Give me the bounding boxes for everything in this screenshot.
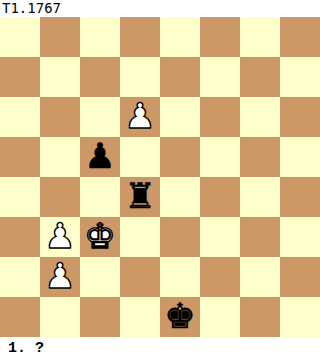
square-b7[interactable] xyxy=(40,57,80,97)
white-pawn[interactable]: ♟ xyxy=(44,256,75,296)
move-prompt: 1. ? xyxy=(0,337,320,360)
square-f4[interactable] xyxy=(200,177,240,217)
square-c4[interactable] xyxy=(80,177,120,217)
square-d8[interactable] xyxy=(120,17,160,57)
square-h6[interactable] xyxy=(280,97,320,137)
square-h5[interactable] xyxy=(280,137,320,177)
square-h7[interactable] xyxy=(280,57,320,97)
square-b3[interactable]: ♟ xyxy=(40,217,80,257)
square-g3[interactable] xyxy=(240,217,280,257)
square-b6[interactable] xyxy=(40,97,80,137)
square-f1[interactable] xyxy=(200,297,240,337)
square-b5[interactable] xyxy=(40,137,80,177)
square-d1[interactable] xyxy=(120,297,160,337)
square-c1[interactable] xyxy=(80,297,120,337)
white-pawn[interactable]: ♟ xyxy=(44,216,75,256)
square-h1[interactable] xyxy=(280,297,320,337)
square-f8[interactable] xyxy=(200,17,240,57)
black-rook[interactable]: ♜ xyxy=(124,176,155,216)
square-d4[interactable]: ♜ xyxy=(120,177,160,217)
square-b2[interactable]: ♟ xyxy=(40,257,80,297)
square-a1[interactable] xyxy=(0,297,40,337)
square-a6[interactable] xyxy=(0,97,40,137)
square-b4[interactable] xyxy=(40,177,80,217)
square-d6[interactable]: ♟ xyxy=(120,97,160,137)
square-g1[interactable] xyxy=(240,297,280,337)
square-c8[interactable] xyxy=(80,17,120,57)
square-a4[interactable] xyxy=(0,177,40,217)
square-g4[interactable] xyxy=(240,177,280,217)
square-f7[interactable] xyxy=(200,57,240,97)
square-g6[interactable] xyxy=(240,97,280,137)
square-d3[interactable] xyxy=(120,217,160,257)
chess-board: ♟♟♜♟♚♟♚ xyxy=(0,17,320,337)
black-king[interactable]: ♚ xyxy=(164,296,195,336)
puzzle-title: T1.1767 xyxy=(0,0,320,17)
square-d2[interactable] xyxy=(120,257,160,297)
square-d5[interactable] xyxy=(120,137,160,177)
square-b8[interactable] xyxy=(40,17,80,57)
square-e7[interactable] xyxy=(160,57,200,97)
square-e6[interactable] xyxy=(160,97,200,137)
square-e2[interactable] xyxy=(160,257,200,297)
white-pawn[interactable]: ♟ xyxy=(124,96,155,136)
square-h4[interactable] xyxy=(280,177,320,217)
black-pawn[interactable]: ♟ xyxy=(84,136,115,176)
square-e8[interactable] xyxy=(160,17,200,57)
square-a5[interactable] xyxy=(0,137,40,177)
square-e1[interactable]: ♚ xyxy=(160,297,200,337)
square-c2[interactable] xyxy=(80,257,120,297)
square-c6[interactable] xyxy=(80,97,120,137)
square-h8[interactable] xyxy=(280,17,320,57)
square-g2[interactable] xyxy=(240,257,280,297)
square-f5[interactable] xyxy=(200,137,240,177)
square-h2[interactable] xyxy=(280,257,320,297)
square-g7[interactable] xyxy=(240,57,280,97)
square-c3[interactable]: ♚ xyxy=(80,217,120,257)
square-c7[interactable] xyxy=(80,57,120,97)
square-a8[interactable] xyxy=(0,17,40,57)
square-e5[interactable] xyxy=(160,137,200,177)
square-d7[interactable] xyxy=(120,57,160,97)
square-a3[interactable] xyxy=(0,217,40,257)
chess-puzzle-app: T1.1767 ♟♟♜♟♚♟♚ 1. ? xyxy=(0,0,320,360)
square-g5[interactable] xyxy=(240,137,280,177)
square-f6[interactable] xyxy=(200,97,240,137)
square-c5[interactable]: ♟ xyxy=(80,137,120,177)
square-a2[interactable] xyxy=(0,257,40,297)
square-a7[interactable] xyxy=(0,57,40,97)
square-e4[interactable] xyxy=(160,177,200,217)
square-h3[interactable] xyxy=(280,217,320,257)
white-king[interactable]: ♚ xyxy=(84,216,115,256)
square-b1[interactable] xyxy=(40,297,80,337)
square-f3[interactable] xyxy=(200,217,240,257)
square-g8[interactable] xyxy=(240,17,280,57)
square-e3[interactable] xyxy=(160,217,200,257)
square-f2[interactable] xyxy=(200,257,240,297)
